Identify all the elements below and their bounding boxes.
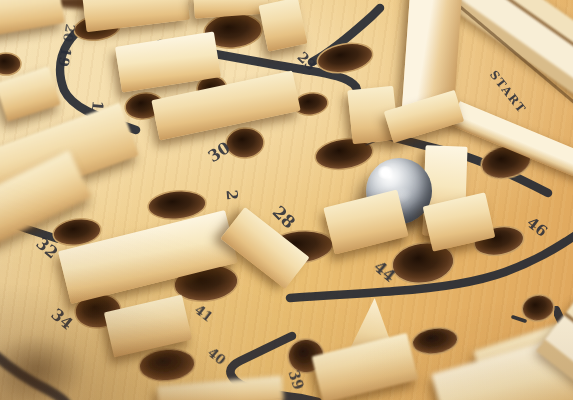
- hole-number: 28: [269, 202, 300, 233]
- board-art-layer: 20 19 18 30 23 27 2 28 32 34 41 40 44 46…: [0, 0, 573, 400]
- hole-number: 2: [223, 189, 242, 201]
- hole-number: 34: [47, 305, 76, 334]
- hole-number: 19: [55, 46, 74, 68]
- hole-number: 20: [60, 23, 78, 43]
- start-label: START: [487, 68, 529, 116]
- hole-number: 40: [205, 344, 229, 367]
- hole-number: 46: [523, 213, 551, 240]
- partial-number-mark: [513, 317, 525, 321]
- hole-number: 41: [192, 302, 215, 325]
- labyrinth-board-photo: 20 19 18 30 23 27 2 28 32 34 41 40 44 46…: [0, 0, 573, 400]
